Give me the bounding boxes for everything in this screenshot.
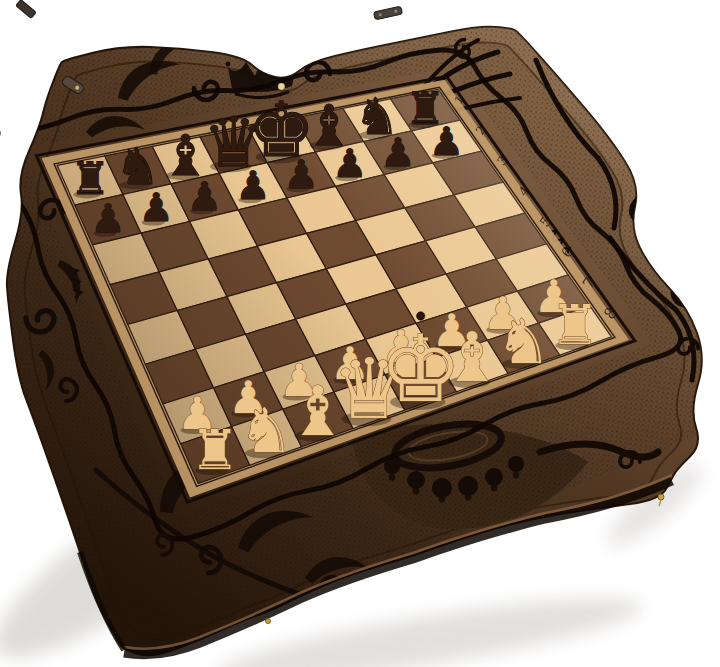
piece-black-pawn-b7[interactable]: ♟ <box>139 185 174 230</box>
hinge-corner <box>16 0 36 18</box>
white-king-finial <box>417 312 425 320</box>
piece-black-pawn-h7[interactable]: ♟ <box>429 119 464 164</box>
piece-black-pawn-c7[interactable]: ♟ <box>187 174 222 219</box>
piece-black-pawn-a7[interactable]: ♟ <box>90 196 125 241</box>
piece-black-pawn-d7[interactable]: ♟ <box>236 163 271 208</box>
piece-white-rook-h1[interactable]: ♜ <box>550 293 599 357</box>
brass-pin <box>658 494 664 500</box>
piece-white-bishop-f1[interactable]: ♝ <box>442 318 503 397</box>
crest-garland-bud <box>458 476 478 496</box>
piece-white-rook-a1[interactable]: ♜ <box>190 418 239 482</box>
crest-garland-bud <box>407 471 425 489</box>
crest-garland-bud <box>432 478 452 498</box>
photo-scene: Hand-carved dark walnut folding chess an… <box>0 0 720 667</box>
piece-black-pawn-g7[interactable]: ♟ <box>381 130 416 175</box>
crest-garland-bud <box>508 456 524 472</box>
piece-white-knight-b1[interactable]: ♞ <box>239 395 294 467</box>
carved-chess-board: 12345678 ♜♞♝♛♚♝♞♜♟♟♟♟♟♟♟♟♟♟♟♟♟♟♟♟♜♞♝♛♚♝♞… <box>0 0 720 667</box>
black-king-finial <box>278 83 285 90</box>
carved-spiral-ornament <box>673 285 699 305</box>
crest-garland-bud <box>485 468 503 486</box>
piece-black-pawn-e7[interactable]: ♟ <box>284 152 319 197</box>
hinge <box>373 6 402 20</box>
brass-pin-2 <box>266 619 271 624</box>
piece-white-knight-g1[interactable]: ♞ <box>496 306 551 378</box>
piece-black-pawn-f7[interactable]: ♟ <box>332 141 367 186</box>
